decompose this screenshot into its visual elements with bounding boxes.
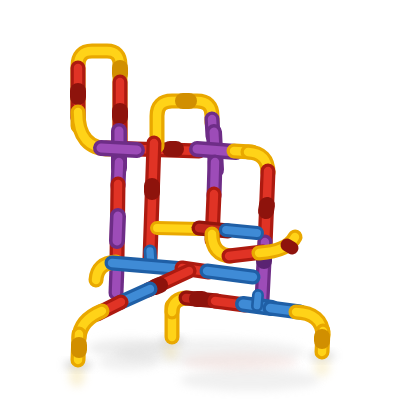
tube-core-red — [150, 143, 154, 258]
reflection-blob — [98, 354, 158, 370]
reflection-blob — [69, 365, 85, 387]
tube-core-blue — [257, 295, 258, 306]
reflection-blob — [164, 342, 178, 360]
connector-ring-red — [266, 205, 267, 211]
connector-ring-red — [287, 245, 292, 248]
reflection-blob — [314, 357, 330, 377]
tube-core-purple — [117, 216, 118, 241]
tube-core-blue — [226, 230, 257, 233]
tube-core-blue — [112, 263, 184, 269]
tube-core-purple — [101, 148, 137, 150]
tube-core-blue — [207, 271, 253, 277]
product-photo — [0, 0, 400, 400]
reflection-blob — [180, 369, 320, 391]
toy-structure-svg — [0, 0, 400, 400]
reflection-blob — [182, 353, 298, 371]
